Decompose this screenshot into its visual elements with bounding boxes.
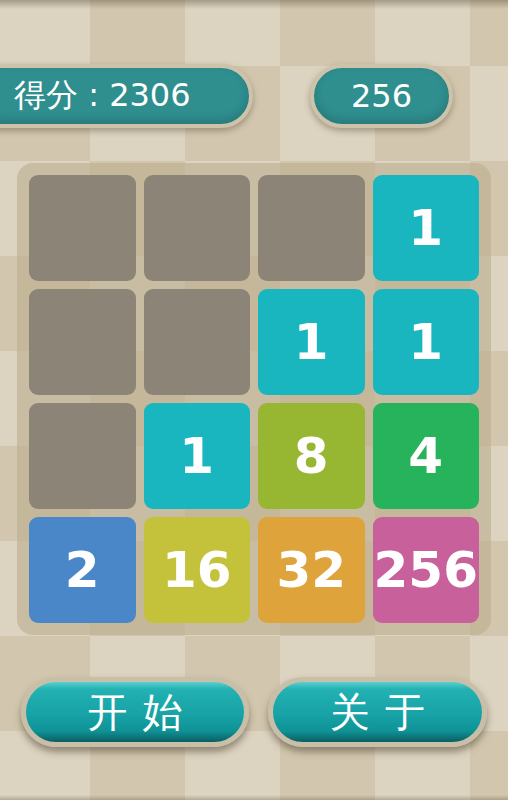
tile-1-r2c4: 1 <box>373 289 480 395</box>
bottom-edge-shadow <box>0 795 508 800</box>
top-edge-shadow <box>0 0 508 9</box>
empty-cell-r1c2 <box>144 175 251 281</box>
tile-256-r4c4: 256 <box>373 517 480 623</box>
tile-32-r4c3: 32 <box>258 517 365 623</box>
empty-cell-r2c1 <box>29 289 136 395</box>
score-text: 得分 : 2306 <box>14 74 191 118</box>
tile-8-r3c3: 8 <box>258 403 365 509</box>
about-button-label: 关于 <box>315 685 440 740</box>
tile-1-r3c2: 1 <box>144 403 251 509</box>
best-tile-pill: 256 <box>310 64 453 128</box>
board[interactable]: 11118421632256 <box>17 163 491 635</box>
game-screen: 得分 : 2306 256 11118421632256 开始 关于 <box>0 0 508 800</box>
empty-cell-r2c2 <box>144 289 251 395</box>
tile-1-r1c4: 1 <box>373 175 480 281</box>
start-button[interactable]: 开始 <box>21 677 249 747</box>
score-pill: 得分 : 2306 <box>0 64 253 128</box>
tile-1-r2c3: 1 <box>258 289 365 395</box>
tile-2-r4c1: 2 <box>29 517 136 623</box>
tile-16-r4c2: 16 <box>144 517 251 623</box>
empty-cell-r3c1 <box>29 403 136 509</box>
empty-cell-r1c3 <box>258 175 365 281</box>
tile-4-r3c4: 4 <box>373 403 480 509</box>
best-tile-text: 256 <box>351 77 412 115</box>
start-button-label: 开始 <box>73 685 198 740</box>
about-button[interactable]: 关于 <box>268 677 487 747</box>
empty-cell-r1c1 <box>29 175 136 281</box>
